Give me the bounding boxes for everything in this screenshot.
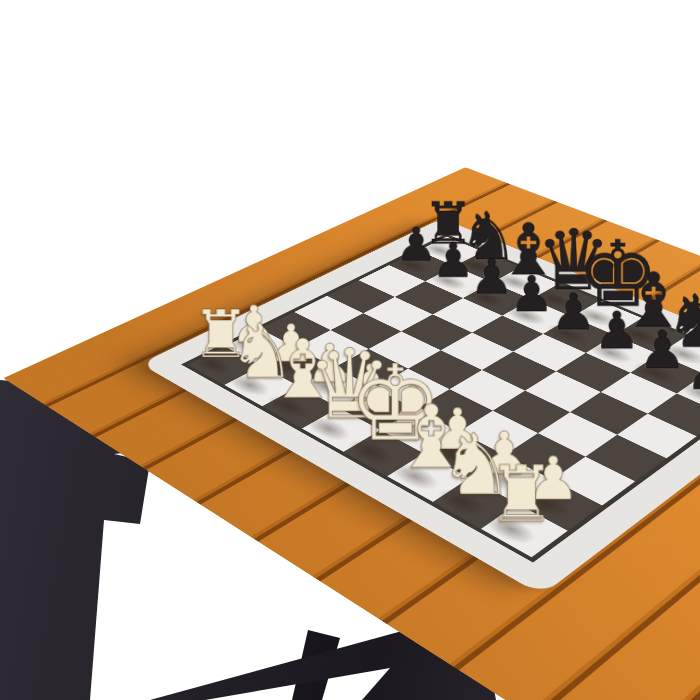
- black-pawn-glyph: ♟: [636, 324, 688, 376]
- black-pawn-glyph: ♟: [683, 344, 700, 398]
- chess-table-photo: ♜♞♝♛♚♝♞♜♟♟♟♟♟♟♟♟♟♟♟♟♟♟♟♟♜♞♝♛♚♝♞♜: [0, 0, 700, 700]
- piece-white-rook-h1: ♜: [481, 503, 568, 557]
- white-rook-glyph: ♜: [487, 456, 548, 534]
- black-pawn-glyph: ♟: [591, 305, 642, 356]
- table-scene: ♜♞♝♛♚♝♞♜♟♟♟♟♟♟♟♟♟♟♟♟♟♟♟♟♜♞♝♛♚♝♞♜: [0, 0, 700, 700]
- chess-mat: ♜♞♝♛♚♝♞♜♟♟♟♟♟♟♟♟♟♟♟♟♟♟♟♟♜♞♝♛♚♝♞♜: [140, 218, 700, 595]
